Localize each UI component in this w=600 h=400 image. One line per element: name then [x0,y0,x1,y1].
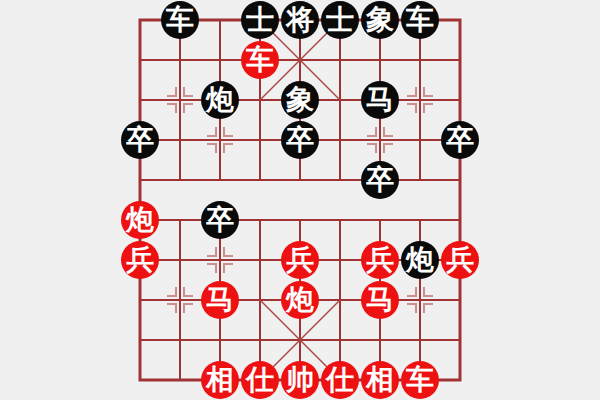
piece-red-elephant[interactable]: 相 [201,361,239,399]
piece-red-soldier[interactable]: 兵 [281,241,319,279]
piece-black-soldier[interactable]: 卒 [201,201,239,239]
piece-black-cannon[interactable]: 炮 [401,241,439,279]
piece-red-cannon[interactable]: 炮 [281,281,319,319]
piece-black-soldier[interactable]: 卒 [281,121,319,159]
piece-black-horse[interactable]: 马 [361,81,399,119]
piece-red-chariot[interactable]: 车 [241,41,279,79]
piece-black-elephant[interactable]: 象 [361,1,399,39]
piece-black-advisor[interactable]: 士 [321,1,359,39]
piece-red-advisor[interactable]: 仕 [241,361,279,399]
piece-red-cannon[interactable]: 炮 [121,201,159,239]
piece-black-elephant[interactable]: 象 [281,81,319,119]
piece-black-advisor[interactable]: 士 [241,1,279,39]
piece-red-horse[interactable]: 马 [361,281,399,319]
piece-red-advisor[interactable]: 仕 [321,361,359,399]
piece-red-chariot[interactable]: 车 [401,361,439,399]
piece-black-chariot[interactable]: 车 [401,1,439,39]
xiangqi-app: 车士将士象车车炮象马卒卒卒卒炮卒兵兵兵炮兵马炮马相仕帅仕相车 [0,0,600,400]
piece-red-elephant[interactable]: 相 [361,361,399,399]
piece-black-soldier[interactable]: 卒 [121,121,159,159]
piece-black-soldier[interactable]: 卒 [441,121,479,159]
piece-red-horse[interactable]: 马 [201,281,239,319]
piece-black-soldier[interactable]: 卒 [361,161,399,199]
xiangqi-board[interactable]: 车士将士象车车炮象马卒卒卒卒炮卒兵兵兵炮兵马炮马相仕帅仕相车 [0,0,600,400]
piece-black-general[interactable]: 将 [281,1,319,39]
piece-red-soldier[interactable]: 兵 [361,241,399,279]
piece-black-chariot[interactable]: 车 [161,1,199,39]
piece-red-general[interactable]: 帅 [281,361,319,399]
piece-black-cannon[interactable]: 炮 [201,81,239,119]
piece-red-soldier[interactable]: 兵 [121,241,159,279]
piece-red-soldier[interactable]: 兵 [441,241,479,279]
pieces-grid: 车士将士象车车炮象马卒卒卒卒炮卒兵兵兵炮兵马炮马相仕帅仕相车 [120,0,480,400]
